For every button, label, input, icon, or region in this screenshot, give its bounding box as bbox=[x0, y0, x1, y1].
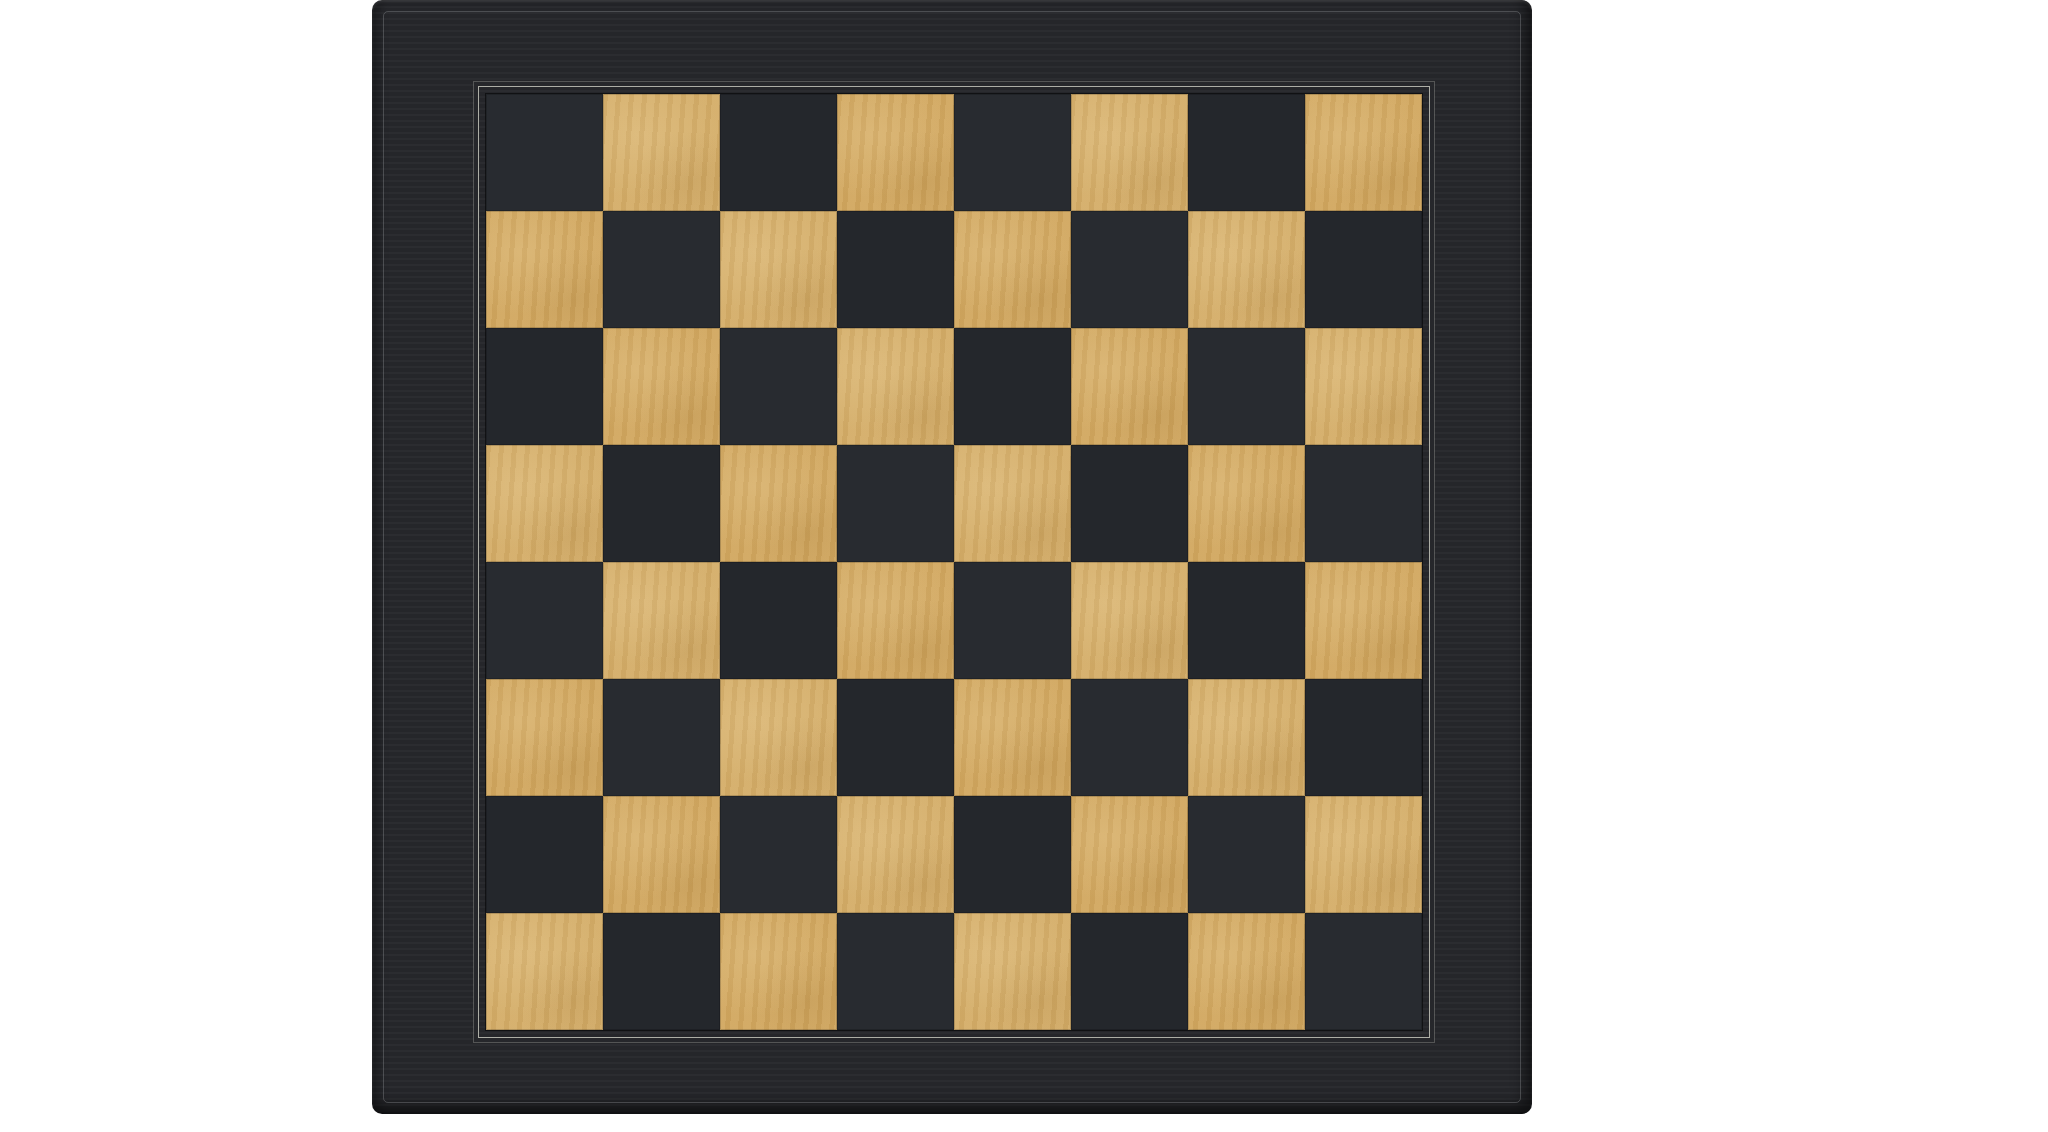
board-square[interactable] bbox=[486, 679, 603, 796]
board-square[interactable] bbox=[1188, 445, 1305, 562]
board-square[interactable] bbox=[1188, 679, 1305, 796]
photo-background bbox=[0, 0, 2048, 1132]
board-square[interactable] bbox=[486, 796, 603, 913]
board-square[interactable] bbox=[1188, 562, 1305, 679]
board-square[interactable] bbox=[486, 562, 603, 679]
board-square[interactable] bbox=[1305, 328, 1422, 445]
board-square[interactable] bbox=[837, 679, 954, 796]
board-square[interactable] bbox=[720, 211, 837, 328]
board-square[interactable] bbox=[720, 94, 837, 211]
board-square[interactable] bbox=[1305, 913, 1422, 1030]
board-square[interactable] bbox=[720, 445, 837, 562]
board-square[interactable] bbox=[486, 328, 603, 445]
chess-board bbox=[372, 0, 1532, 1114]
board-square[interactable] bbox=[954, 94, 1071, 211]
board-square[interactable] bbox=[1188, 796, 1305, 913]
board-square[interactable] bbox=[1305, 211, 1422, 328]
board-square[interactable] bbox=[1071, 445, 1188, 562]
board-square[interactable] bbox=[954, 562, 1071, 679]
board-square[interactable] bbox=[837, 94, 954, 211]
board-square[interactable] bbox=[954, 679, 1071, 796]
board-square[interactable] bbox=[486, 211, 603, 328]
board-square[interactable] bbox=[954, 328, 1071, 445]
board-square[interactable] bbox=[603, 679, 720, 796]
board-square[interactable] bbox=[1305, 679, 1422, 796]
board-square[interactable] bbox=[954, 445, 1071, 562]
board-square[interactable] bbox=[1305, 796, 1422, 913]
board-square[interactable] bbox=[954, 913, 1071, 1030]
board-square[interactable] bbox=[486, 94, 603, 211]
board-square[interactable] bbox=[837, 328, 954, 445]
board-square[interactable] bbox=[1071, 796, 1188, 913]
board-square[interactable] bbox=[1188, 211, 1305, 328]
board-square[interactable] bbox=[1071, 328, 1188, 445]
board-square[interactable] bbox=[1071, 94, 1188, 211]
board-square[interactable] bbox=[1305, 94, 1422, 211]
board-square[interactable] bbox=[837, 562, 954, 679]
board-square[interactable] bbox=[1071, 913, 1188, 1030]
board-square[interactable] bbox=[603, 796, 720, 913]
board-square[interactable] bbox=[603, 562, 720, 679]
board-square[interactable] bbox=[954, 796, 1071, 913]
board-square[interactable] bbox=[1071, 211, 1188, 328]
board-square[interactable] bbox=[720, 328, 837, 445]
board-square[interactable] bbox=[1188, 913, 1305, 1030]
board-square[interactable] bbox=[720, 913, 837, 1030]
board-square[interactable] bbox=[1071, 679, 1188, 796]
board-square[interactable] bbox=[1071, 562, 1188, 679]
board-grid bbox=[486, 94, 1422, 1030]
board-square[interactable] bbox=[837, 211, 954, 328]
board-square[interactable] bbox=[1188, 94, 1305, 211]
board-square[interactable] bbox=[1305, 562, 1422, 679]
board-square[interactable] bbox=[486, 913, 603, 1030]
board-square[interactable] bbox=[837, 913, 954, 1030]
board-square[interactable] bbox=[954, 211, 1071, 328]
board-square[interactable] bbox=[603, 445, 720, 562]
board-square[interactable] bbox=[603, 913, 720, 1030]
board-square[interactable] bbox=[720, 562, 837, 679]
board-square[interactable] bbox=[603, 328, 720, 445]
board-square[interactable] bbox=[486, 445, 603, 562]
board-square[interactable] bbox=[837, 796, 954, 913]
board-square[interactable] bbox=[603, 211, 720, 328]
board-square[interactable] bbox=[603, 94, 720, 211]
board-square[interactable] bbox=[720, 796, 837, 913]
board-square[interactable] bbox=[1188, 328, 1305, 445]
board-square[interactable] bbox=[1305, 445, 1422, 562]
board-square[interactable] bbox=[720, 679, 837, 796]
board-square[interactable] bbox=[837, 445, 954, 562]
